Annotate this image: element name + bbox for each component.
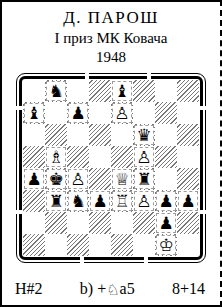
problem-caption: H#2 b) +♘a5 8+14 (2, 279, 220, 299)
square-g2: ♟ (155, 212, 177, 234)
frame-gap-right-1 (199, 106, 206, 110)
black-pawn-g3: ♟ (156, 191, 176, 211)
square-h7 (177, 102, 199, 124)
square-c4: ♙ (67, 168, 89, 190)
square-d6 (89, 124, 111, 146)
black-pawn-a4: ♟ (24, 169, 44, 189)
black-pawn-h3: ♟ (178, 191, 198, 211)
black-knight-c3: ♞ (68, 191, 88, 211)
square-h1 (177, 234, 199, 256)
award-line: I приз МК Ковача (2, 28, 220, 48)
square-e7: ♙ (111, 102, 133, 124)
square-c2 (67, 212, 89, 234)
twin-prefix: b) + (80, 279, 106, 299)
square-d5 (89, 146, 111, 168)
square-b4: ♚ (45, 168, 67, 190)
composer-name: Д. ПАРОШ (2, 7, 220, 28)
square-c3: ♞ (67, 190, 89, 212)
square-g8 (155, 80, 177, 102)
square-d4 (89, 168, 111, 190)
square-h8 (177, 80, 199, 102)
square-b8: ♞ (45, 80, 67, 102)
square-g7 (155, 102, 177, 124)
frame-gap-bottom-1 (80, 256, 84, 263)
square-f6: ♛ (133, 124, 155, 146)
board-area: ♞♝♝♟♙♛♗♙♟♚♙♕♜♜♞♟♖♙♟♟♟♔ (16, 73, 206, 263)
square-h5 (177, 146, 199, 168)
black-knight-b8: ♞ (46, 81, 66, 101)
square-a6 (23, 124, 45, 146)
square-a5 (23, 146, 45, 168)
black-rook-b3: ♜ (46, 191, 66, 211)
twin-condition: b) +♘a5 (80, 279, 135, 299)
white-pawn-f5: ♙ (134, 147, 154, 167)
square-f8 (133, 80, 155, 102)
square-e3: ♖ (111, 190, 133, 212)
black-rook-f4: ♜ (134, 169, 154, 189)
square-c8 (67, 80, 89, 102)
white-rook-e3: ♖ (112, 191, 132, 211)
square-g5 (155, 146, 177, 168)
stipulation-label: H#2 (15, 279, 43, 299)
black-pawn-g2: ♟ (156, 213, 176, 233)
square-b2 (45, 212, 67, 234)
frame-gap-top-1 (85, 73, 89, 80)
twin-square: a5 (120, 279, 135, 299)
board-frame-inner: ♞♝♝♟♙♛♗♙♟♚♙♕♜♜♞♟♖♙♟♟♟♔ (19, 76, 203, 260)
square-b3: ♜ (45, 190, 67, 212)
square-a2 (23, 212, 45, 234)
square-a7: ♝ (23, 102, 45, 124)
square-e2 (111, 212, 133, 234)
square-c1 (67, 234, 89, 256)
square-f3: ♙ (133, 190, 155, 212)
square-f7 (133, 102, 155, 124)
square-c6 (67, 124, 89, 146)
frame-gap-bottom-2 (144, 256, 148, 263)
chess-board: ♞♝♝♟♙♛♗♙♟♚♙♕♜♜♞♟♖♙♟♟♟♔ (23, 80, 199, 256)
frame-gap-left-2 (16, 210, 23, 214)
square-h6 (177, 124, 199, 146)
square-a4: ♟ (23, 168, 45, 190)
square-d3: ♟ (89, 190, 111, 212)
frame-gap-left-1 (16, 106, 23, 110)
black-pawn-d3: ♟ (90, 191, 110, 211)
square-e8: ♝ (111, 80, 133, 102)
white-queen-e4: ♕ (112, 169, 132, 189)
square-f5: ♙ (133, 146, 155, 168)
square-g6 (155, 124, 177, 146)
square-a3 (23, 190, 45, 212)
black-queen-f6: ♛ (134, 125, 154, 145)
square-d7 (89, 102, 111, 124)
white-pawn-e7: ♙ (112, 103, 132, 123)
white-pawn-f3: ♙ (134, 191, 154, 211)
black-bishop-a7: ♝ (24, 103, 44, 123)
square-a8 (23, 80, 45, 102)
square-g4 (155, 168, 177, 190)
frame-gap-top-2 (147, 73, 151, 80)
square-b7 (45, 102, 67, 124)
white-pawn-c4: ♙ (68, 169, 88, 189)
square-f1 (133, 234, 155, 256)
square-b1 (45, 234, 67, 256)
board-frame: ♞♝♝♟♙♛♗♙♟♚♙♕♜♜♞♟♖♙♟♟♟♔ (16, 73, 206, 263)
square-g1: ♔ (155, 234, 177, 256)
frame-gap-right-2 (199, 210, 206, 214)
square-c5 (67, 146, 89, 168)
square-d1 (89, 234, 111, 256)
white-bishop-b5: ♗ (46, 147, 66, 167)
year-line: 1948 (2, 48, 220, 67)
black-pawn-c7: ♟ (68, 103, 88, 123)
square-c7: ♟ (67, 102, 89, 124)
square-e6 (111, 124, 133, 146)
square-b5: ♗ (45, 146, 67, 168)
problem-diagram-card: Д. ПАРОШ I приз МК Ковача 1948 ♞♝♝♟♙♛♗♙♟… (0, 0, 222, 307)
square-h4 (177, 168, 199, 190)
square-g3: ♟ (155, 190, 177, 212)
square-e1 (111, 234, 133, 256)
square-a1 (23, 234, 45, 256)
square-f4: ♜ (133, 168, 155, 190)
square-e4: ♕ (111, 168, 133, 190)
white-king-g1: ♔ (156, 235, 176, 255)
square-h2 (177, 212, 199, 234)
black-bishop-e8: ♝ (112, 81, 132, 101)
square-d2 (89, 212, 111, 234)
square-e5 (111, 146, 133, 168)
square-h3: ♟ (177, 190, 199, 212)
piece-count-label: 8+14 (172, 279, 205, 299)
black-king-b4: ♚ (46, 169, 66, 189)
diagram-header: Д. ПАРОШ I приз МК Ковача 1948 (2, 7, 220, 67)
square-b6 (45, 124, 67, 146)
square-f2 (133, 212, 155, 234)
white-knight-icon: ♘ (106, 280, 119, 300)
square-d8 (89, 80, 111, 102)
